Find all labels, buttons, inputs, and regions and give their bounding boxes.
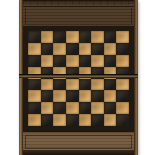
square-r6c1	[28, 90, 41, 102]
square-r2c7	[104, 43, 117, 55]
square-r7c5	[79, 102, 92, 114]
square-r8c1	[28, 114, 41, 126]
square-r3c4	[66, 55, 79, 67]
square-r8c7	[104, 114, 117, 126]
square-r1c4	[66, 31, 79, 43]
square-r8c3	[53, 114, 66, 126]
square-r8c6	[91, 114, 104, 126]
square-r7c4	[66, 102, 79, 114]
square-r1c1	[28, 31, 41, 43]
square-r3c3	[53, 55, 66, 67]
square-r8c5	[79, 114, 92, 126]
square-r5c6	[91, 79, 104, 91]
checkerboard-grid	[28, 31, 129, 126]
top-panel	[19, 0, 138, 27]
square-r8c8	[116, 114, 129, 126]
square-r2c4	[66, 43, 79, 55]
square-r3c1	[28, 55, 41, 67]
square-r3c7	[104, 55, 117, 67]
square-r6c4	[66, 90, 79, 102]
game-board	[19, 0, 138, 155]
bottom-edge	[19, 150, 138, 155]
square-r1c6	[91, 31, 104, 43]
square-r7c2	[41, 102, 54, 114]
square-r6c5	[79, 90, 92, 102]
fold-hinge	[19, 74, 138, 78]
square-r8c2	[41, 114, 54, 126]
square-r5c1	[28, 79, 41, 91]
square-r5c2	[41, 79, 54, 91]
square-r3c2	[41, 55, 54, 67]
square-r3c6	[91, 55, 104, 67]
square-r7c7	[104, 102, 117, 114]
checkerboard-frame	[22, 26, 135, 131]
square-r2c8	[116, 43, 129, 55]
square-r2c2	[41, 43, 54, 55]
top-joint-marks	[23, 1, 134, 5]
photo-background	[0, 0, 155, 155]
square-r6c6	[91, 90, 104, 102]
square-r7c8	[116, 102, 129, 114]
square-r7c6	[91, 102, 104, 114]
top-panel-inset	[25, 8, 132, 24]
square-r7c3	[53, 102, 66, 114]
square-r5c8	[116, 79, 129, 91]
square-r3c5	[79, 55, 92, 67]
square-r7c1	[28, 102, 41, 114]
square-r2c3	[53, 43, 66, 55]
square-r1c8	[116, 31, 129, 43]
square-r5c5	[79, 79, 92, 91]
square-r2c5	[79, 43, 92, 55]
square-r6c8	[116, 90, 129, 102]
square-r5c7	[104, 79, 117, 91]
square-r6c7	[104, 90, 117, 102]
square-r5c4	[66, 79, 79, 91]
square-r3c8	[116, 55, 129, 67]
square-r8c4	[66, 114, 79, 126]
square-r6c3	[53, 90, 66, 102]
square-r5c3	[53, 79, 66, 91]
square-r1c5	[79, 31, 92, 43]
bottom-panel	[19, 131, 138, 151]
top-panel-groove	[21, 6, 136, 7]
square-r6c2	[41, 90, 54, 102]
square-r2c6	[91, 43, 104, 55]
square-r1c7	[104, 31, 117, 43]
square-r1c3	[53, 31, 66, 43]
square-r1c2	[41, 31, 54, 43]
bottom-panel-inset	[25, 135, 132, 149]
square-r2c1	[28, 43, 41, 55]
